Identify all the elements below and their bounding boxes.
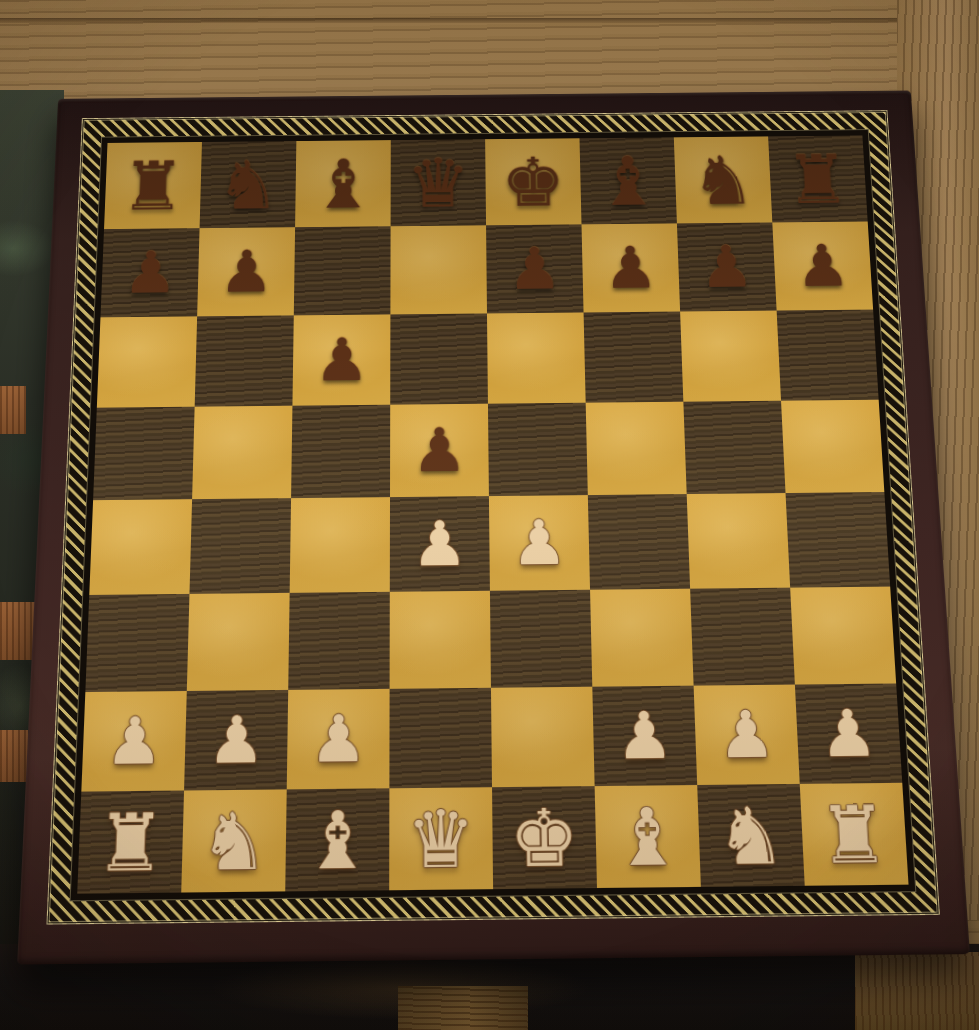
square-a6[interactable] <box>97 316 197 407</box>
square-g8[interactable]: ♞ <box>674 136 773 223</box>
square-g6[interactable] <box>680 311 781 402</box>
square-a7[interactable]: ♟ <box>100 228 199 317</box>
square-h2[interactable]: ♟ <box>795 683 902 783</box>
piece-black-knight[interactable]: ♞ <box>216 151 281 219</box>
piece-black-rook[interactable]: ♜ <box>784 145 851 213</box>
square-a4[interactable] <box>89 499 192 595</box>
square-g5[interactable] <box>683 401 785 494</box>
piece-white-pawn[interactable]: ♟ <box>615 703 674 768</box>
square-h5[interactable] <box>781 400 884 493</box>
piece-white-queen[interactable]: ♛ <box>406 799 476 879</box>
square-g4[interactable] <box>687 493 790 589</box>
square-d5[interactable]: ♟ <box>390 404 489 497</box>
square-e1[interactable]: ♚ <box>492 786 597 889</box>
square-e5[interactable] <box>488 403 588 496</box>
piece-black-king[interactable]: ♚ <box>501 148 566 216</box>
piece-black-pawn[interactable]: ♟ <box>314 330 369 389</box>
piece-white-pawn[interactable]: ♟ <box>309 706 367 772</box>
square-h3[interactable] <box>790 587 896 685</box>
piece-black-pawn[interactable]: ♟ <box>603 239 659 297</box>
square-b6[interactable] <box>195 315 294 406</box>
piece-white-rook[interactable]: ♜ <box>817 794 891 874</box>
square-b4[interactable] <box>189 498 291 594</box>
square-h7[interactable]: ♟ <box>772 222 873 311</box>
piece-black-bishop[interactable]: ♝ <box>595 147 661 215</box>
piece-black-pawn[interactable]: ♟ <box>122 244 178 302</box>
square-e2[interactable] <box>491 687 595 788</box>
square-e8[interactable]: ♚ <box>485 138 581 225</box>
square-f4[interactable] <box>588 494 690 590</box>
wood-fragment <box>0 386 26 434</box>
piece-white-pawn[interactable]: ♟ <box>818 701 879 766</box>
piece-black-pawn[interactable]: ♟ <box>698 238 754 296</box>
square-b8[interactable]: ♞ <box>200 141 297 228</box>
chess-board: ♜♞♝♛♚♝♞♜♟♟♟♟♟♟♟♟♟♟♟♟♟♟♟♟♜♞♝♛♚♝♞♜ <box>77 135 908 893</box>
square-f3[interactable] <box>590 589 694 687</box>
piece-white-bishop[interactable]: ♝ <box>612 796 684 876</box>
square-f2[interactable]: ♟ <box>592 686 697 786</box>
square-f6[interactable] <box>584 312 684 403</box>
square-c2[interactable]: ♟ <box>287 689 390 790</box>
square-e3[interactable] <box>490 590 592 688</box>
square-f5[interactable] <box>586 402 687 495</box>
piece-white-knight[interactable]: ♞ <box>199 801 270 881</box>
square-b7[interactable]: ♟ <box>197 227 295 316</box>
piece-black-bishop[interactable]: ♝ <box>311 150 375 218</box>
square-d2[interactable] <box>389 688 492 789</box>
decorative-inlay-border: ♜♞♝♛♚♝♞♜♟♟♟♟♟♟♟♟♟♟♟♟♟♟♟♟♜♞♝♛♚♝♞♜ <box>46 110 939 924</box>
board-frame: ♜♞♝♛♚♝♞♜♟♟♟♟♟♟♟♟♟♟♟♟♟♟♟♟♜♞♝♛♚♝♞♜ <box>17 91 970 965</box>
piece-black-knight[interactable]: ♞ <box>690 146 756 214</box>
square-h1[interactable]: ♜ <box>800 783 909 886</box>
square-d6[interactable] <box>390 313 488 404</box>
square-e4[interactable]: ♟ <box>489 495 590 591</box>
piece-white-pawn[interactable]: ♟ <box>511 512 568 574</box>
piece-black-pawn[interactable]: ♟ <box>794 237 851 295</box>
inner-border-gap: ♜♞♝♛♚♝♞♜♟♟♟♟♟♟♟♟♟♟♟♟♟♟♟♟♜♞♝♛♚♝♞♜ <box>70 129 917 901</box>
square-g3[interactable] <box>690 588 795 686</box>
square-c8[interactable]: ♝ <box>295 140 391 227</box>
square-a1[interactable]: ♜ <box>77 791 184 894</box>
square-c1[interactable]: ♝ <box>285 788 389 891</box>
square-h8[interactable]: ♜ <box>768 135 868 222</box>
square-g7[interactable]: ♟ <box>677 222 777 311</box>
square-h4[interactable] <box>786 492 891 588</box>
square-b5[interactable] <box>192 406 292 499</box>
piece-black-pawn[interactable]: ♟ <box>219 243 274 301</box>
square-a5[interactable] <box>93 407 195 501</box>
square-e7[interactable]: ♟ <box>486 224 584 313</box>
square-c4[interactable] <box>290 497 390 593</box>
square-f8[interactable]: ♝ <box>579 137 676 224</box>
square-d4[interactable]: ♟ <box>390 496 490 592</box>
square-e6[interactable] <box>487 312 586 403</box>
square-g1[interactable]: ♞ <box>697 784 805 887</box>
piece-white-pawn[interactable]: ♟ <box>207 707 266 773</box>
square-c7[interactable] <box>294 226 391 315</box>
piece-white-knight[interactable]: ♞ <box>715 795 788 875</box>
wood-slat-bottom <box>398 986 528 1030</box>
piece-black-rook[interactable]: ♜ <box>120 152 186 220</box>
table-plank-seam <box>0 18 979 23</box>
square-a3[interactable] <box>85 594 189 692</box>
square-b2[interactable]: ♟ <box>184 690 288 791</box>
square-b1[interactable]: ♞ <box>181 789 287 892</box>
square-c6[interactable]: ♟ <box>292 314 390 405</box>
piece-white-pawn[interactable]: ♟ <box>716 702 776 767</box>
square-f7[interactable]: ♟ <box>581 223 680 312</box>
piece-white-pawn[interactable]: ♟ <box>412 513 468 575</box>
piece-black-queen[interactable]: ♛ <box>406 149 470 217</box>
piece-black-pawn[interactable]: ♟ <box>507 240 562 298</box>
square-f1[interactable]: ♝ <box>595 785 701 888</box>
piece-white-bishop[interactable]: ♝ <box>303 800 373 880</box>
piece-black-pawn[interactable]: ♟ <box>412 420 467 481</box>
chess-board-box: ♜♞♝♛♚♝♞♜♟♟♟♟♟♟♟♟♟♟♟♟♟♟♟♟♜♞♝♛♚♝♞♜ <box>17 91 970 965</box>
square-d7[interactable] <box>390 225 487 314</box>
square-c3[interactable] <box>288 592 390 690</box>
square-b3[interactable] <box>187 593 290 691</box>
square-g2[interactable]: ♟ <box>694 685 800 785</box>
square-d1[interactable]: ♛ <box>389 787 493 890</box>
square-d8[interactable]: ♛ <box>391 139 486 226</box>
square-a8[interactable]: ♜ <box>104 142 202 229</box>
square-a2[interactable]: ♟ <box>81 691 186 792</box>
square-h6[interactable] <box>777 310 879 401</box>
oak-table-bottom-right <box>855 952 979 1030</box>
piece-white-rook[interactable]: ♜ <box>95 802 167 882</box>
square-c5[interactable] <box>291 405 390 498</box>
wood-fragment <box>0 730 28 782</box>
square-d3[interactable] <box>390 591 491 689</box>
piece-white-pawn[interactable]: ♟ <box>105 708 165 774</box>
piece-white-king[interactable]: ♚ <box>509 797 580 877</box>
